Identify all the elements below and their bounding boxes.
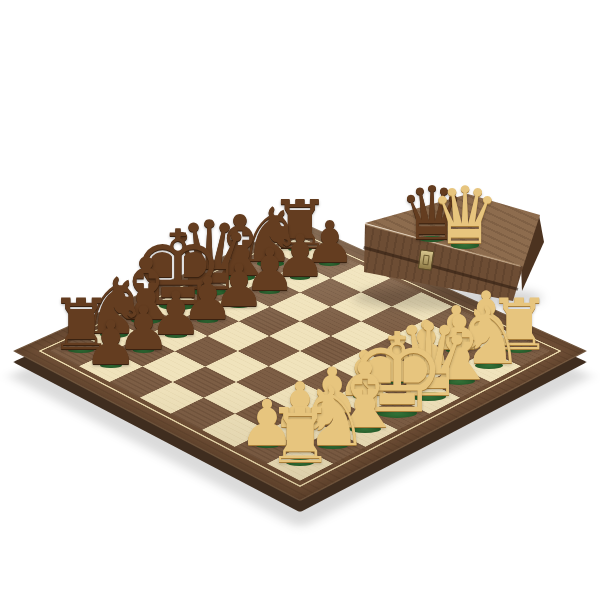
- piece-white-queen: ♛: [430, 177, 501, 256]
- product-photo-scene: ♜♞♝♛♚♝♞♜♟♟♟♟♟♟♟♟♟♟♟♟♟♟♟♟♜♞♝♛♚♝♞♜♛♛: [0, 0, 600, 600]
- piece-white-rook-h1: ♜: [266, 398, 333, 473]
- piece-black-pawn-h7: ♟: [83, 313, 138, 374]
